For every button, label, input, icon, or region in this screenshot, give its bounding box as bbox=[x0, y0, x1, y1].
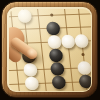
white-stone: ● bbox=[16, 9, 31, 22]
star-point bbox=[49, 12, 52, 15]
go-board: ●●●●●●●●●●●●● bbox=[9, 9, 91, 91]
white-stone: ● bbox=[23, 75, 38, 89]
black-stone: ● bbox=[49, 61, 64, 75]
black-stone: ● bbox=[77, 74, 90, 88]
white-stone: ● bbox=[60, 34, 75, 48]
white-stone: ● bbox=[22, 62, 37, 76]
board-bevel: ●●●●●●●●●●●●● bbox=[7, 7, 92, 92]
go-app-icon[interactable]: ●●●●●●●●●●●●● bbox=[1, 1, 98, 98]
board-grid: ●●●●●●●●●●●●● bbox=[9, 9, 91, 91]
black-stone: ● bbox=[50, 74, 65, 88]
star-point bbox=[80, 52, 83, 55]
white-stone: ● bbox=[46, 34, 61, 48]
black-stone: ● bbox=[20, 48, 35, 62]
white-stone: ● bbox=[76, 60, 91, 74]
black-stone: ● bbox=[45, 21, 60, 35]
black-stone: ● bbox=[47, 48, 62, 62]
white-stone: ● bbox=[73, 33, 88, 47]
